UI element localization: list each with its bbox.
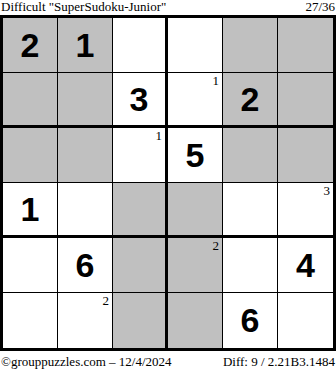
cell-r4c5[interactable] <box>223 183 278 238</box>
cell-r1c5[interactable] <box>223 18 278 73</box>
cell-r5c3[interactable] <box>113 238 168 293</box>
cell-r1c6[interactable] <box>278 18 333 73</box>
given-digit: 2 <box>3 18 57 72</box>
cell-r1c4[interactable] <box>168 18 223 73</box>
cell-r3c4[interactable]: 5 <box>168 128 223 183</box>
given-digit: 5 <box>168 128 222 182</box>
puzzle-title: Difficult "SuperSudoku-Junior" <box>1 0 166 14</box>
puzzle-counter: 27/36 <box>305 0 335 14</box>
cell-r3c2[interactable] <box>58 128 113 183</box>
header: Difficult "SuperSudoku-Junior" 27/36 <box>1 0 335 14</box>
given-digit: 4 <box>278 238 333 292</box>
cell-r3c1[interactable] <box>3 128 58 183</box>
pencil-mark: 3 <box>324 183 331 198</box>
footer-difficulty: Diff: 9 / 2.21B3.1484 <box>223 355 335 369</box>
cell-r2c4[interactable]: 1 <box>168 73 223 128</box>
given-digit: 6 <box>223 293 277 348</box>
cell-r5c2[interactable]: 6 <box>58 238 113 293</box>
cell-r4c3[interactable] <box>113 183 168 238</box>
cell-r1c1[interactable]: 2 <box>3 18 58 73</box>
cell-r6c1[interactable] <box>3 293 58 348</box>
cell-r2c6[interactable] <box>278 73 333 128</box>
cell-r6c3[interactable] <box>113 293 168 348</box>
cell-r2c1[interactable] <box>3 73 58 128</box>
cell-r2c2[interactable] <box>58 73 113 128</box>
pencil-mark: 1 <box>156 128 163 143</box>
cell-r2c5[interactable]: 2 <box>223 73 278 128</box>
cell-r3c5[interactable] <box>223 128 278 183</box>
cell-r6c5[interactable]: 6 <box>223 293 278 348</box>
given-digit: 1 <box>3 183 57 235</box>
given-digit: 2 <box>223 73 277 125</box>
cell-r4c1[interactable]: 1 <box>3 183 58 238</box>
cell-r5c6[interactable]: 4 <box>278 238 333 293</box>
footer: ©grouppuzzles.com – 12/4/2024 Diff: 9 / … <box>1 353 335 369</box>
given-digit: 1 <box>58 18 112 72</box>
cell-r2c3[interactable]: 3 <box>113 73 168 128</box>
pencil-mark: 1 <box>213 73 220 88</box>
cell-r3c6[interactable] <box>278 128 333 183</box>
cell-r4c6[interactable]: 3 <box>278 183 333 238</box>
cell-r1c2[interactable]: 1 <box>58 18 113 73</box>
cell-r5c5[interactable] <box>223 238 278 293</box>
cell-r3c3[interactable]: 1 <box>113 128 168 183</box>
given-digit: 3 <box>113 73 165 125</box>
sudoku-board: 21312151362426 <box>0 15 336 351</box>
footer-copyright-date: ©grouppuzzles.com – 12/4/2024 <box>1 355 172 369</box>
pencil-mark: 2 <box>103 293 110 308</box>
puzzle-page: Difficult "SuperSudoku-Junior" 27/36 213… <box>0 0 336 370</box>
cell-r1c3[interactable] <box>113 18 168 73</box>
cell-r4c2[interactable] <box>58 183 113 238</box>
cell-r6c2[interactable]: 2 <box>58 293 113 348</box>
cell-r4c4[interactable] <box>168 183 223 238</box>
cell-r6c4[interactable] <box>168 293 223 348</box>
given-digit: 6 <box>58 238 112 292</box>
cell-r6c6[interactable] <box>278 293 333 348</box>
pencil-mark: 2 <box>213 238 220 253</box>
cell-r5c4[interactable]: 2 <box>168 238 223 293</box>
cell-r5c1[interactable] <box>3 238 58 293</box>
